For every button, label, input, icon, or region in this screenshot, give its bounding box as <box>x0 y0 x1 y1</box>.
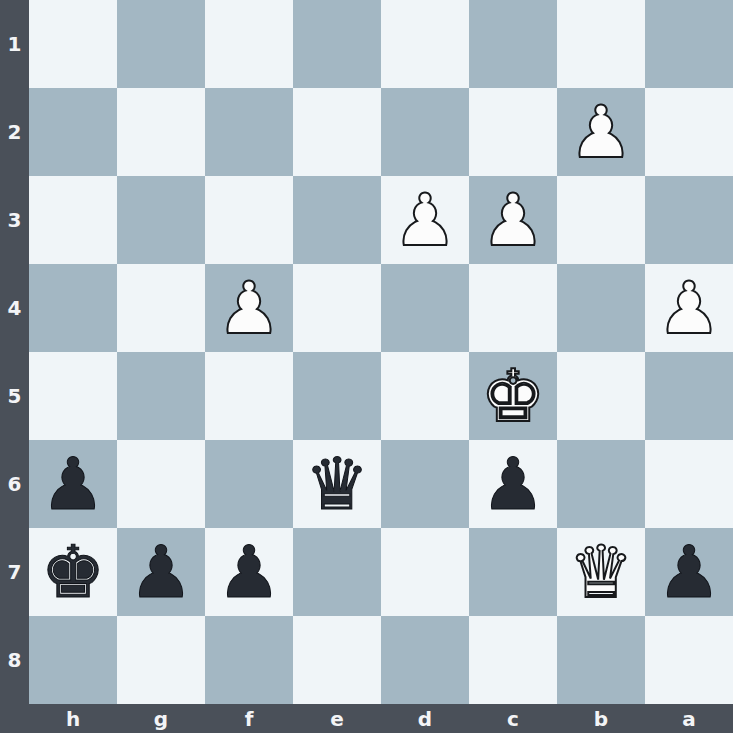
file-label-d: d <box>381 704 469 733</box>
square-d7[interactable] <box>381 528 469 616</box>
square-h1[interactable] <box>29 0 117 88</box>
piece-white-pawn[interactable]: ♟ <box>569 88 634 176</box>
square-c7[interactable] <box>469 528 557 616</box>
square-f4[interactable]: ♟ <box>205 264 293 352</box>
square-h7[interactable]: ♚ <box>29 528 117 616</box>
frame-corner <box>0 704 29 733</box>
file-label-a: a <box>645 704 733 733</box>
square-c2[interactable] <box>469 88 557 176</box>
rank-label-5: 5 <box>0 352 29 440</box>
piece-black-pawn[interactable]: ♟ <box>217 528 282 616</box>
square-a2[interactable] <box>645 88 733 176</box>
square-g1[interactable] <box>117 0 205 88</box>
square-d1[interactable] <box>381 0 469 88</box>
rank-label-8: 8 <box>0 616 29 704</box>
square-f5[interactable] <box>205 352 293 440</box>
piece-black-pawn[interactable]: ♟ <box>481 440 546 528</box>
square-c4[interactable] <box>469 264 557 352</box>
rank-label-2: 2 <box>0 88 29 176</box>
square-b4[interactable] <box>557 264 645 352</box>
piece-black-king[interactable]: ♚ <box>41 528 106 616</box>
piece-white-pawn[interactable]: ♟ <box>481 176 546 264</box>
square-h6[interactable]: ♟ <box>29 440 117 528</box>
piece-black-pawn[interactable]: ♟ <box>129 528 194 616</box>
rank-label-1: 1 <box>0 0 29 88</box>
file-label-c: c <box>469 704 557 733</box>
square-f3[interactable] <box>205 176 293 264</box>
square-a5[interactable] <box>645 352 733 440</box>
square-b2[interactable]: ♟ <box>557 88 645 176</box>
square-d3[interactable]: ♟ <box>381 176 469 264</box>
square-b1[interactable] <box>557 0 645 88</box>
file-label-b: b <box>557 704 645 733</box>
square-e5[interactable] <box>293 352 381 440</box>
square-c6[interactable]: ♟ <box>469 440 557 528</box>
square-g3[interactable] <box>117 176 205 264</box>
square-g2[interactable] <box>117 88 205 176</box>
square-d5[interactable] <box>381 352 469 440</box>
square-h3[interactable] <box>29 176 117 264</box>
square-d4[interactable] <box>381 264 469 352</box>
square-d8[interactable] <box>381 616 469 704</box>
piece-black-pawn[interactable]: ♟ <box>657 528 722 616</box>
piece-white-queen[interactable]: ♛ <box>569 528 634 616</box>
piece-black-queen[interactable]: ♛ <box>305 440 370 528</box>
piece-white-king[interactable]: ♚ <box>481 352 546 440</box>
square-e7[interactable] <box>293 528 381 616</box>
square-f1[interactable] <box>205 0 293 88</box>
square-f6[interactable] <box>205 440 293 528</box>
square-f7[interactable]: ♟ <box>205 528 293 616</box>
square-b3[interactable] <box>557 176 645 264</box>
square-h5[interactable] <box>29 352 117 440</box>
rank-label-3: 3 <box>0 176 29 264</box>
square-d2[interactable] <box>381 88 469 176</box>
square-c1[interactable] <box>469 0 557 88</box>
file-label-g: g <box>117 704 205 733</box>
square-a7[interactable]: ♟ <box>645 528 733 616</box>
square-e4[interactable] <box>293 264 381 352</box>
piece-white-pawn[interactable]: ♟ <box>657 264 722 352</box>
rank-label-4: 4 <box>0 264 29 352</box>
square-e2[interactable] <box>293 88 381 176</box>
file-label-h: h <box>29 704 117 733</box>
square-a3[interactable] <box>645 176 733 264</box>
square-e3[interactable] <box>293 176 381 264</box>
square-e6[interactable]: ♛ <box>293 440 381 528</box>
chess-board: 12♟3♟♟4♟♟5♚6♟♛♟7♚♟♟♛♟8hgfedcba <box>0 0 733 733</box>
square-h2[interactable] <box>29 88 117 176</box>
square-g7[interactable]: ♟ <box>117 528 205 616</box>
piece-black-pawn[interactable]: ♟ <box>41 440 106 528</box>
square-b8[interactable] <box>557 616 645 704</box>
square-e1[interactable] <box>293 0 381 88</box>
square-c3[interactable]: ♟ <box>469 176 557 264</box>
square-g6[interactable] <box>117 440 205 528</box>
square-b6[interactable] <box>557 440 645 528</box>
square-a1[interactable] <box>645 0 733 88</box>
square-g4[interactable] <box>117 264 205 352</box>
square-e8[interactable] <box>293 616 381 704</box>
square-a4[interactable]: ♟ <box>645 264 733 352</box>
square-a6[interactable] <box>645 440 733 528</box>
square-f8[interactable] <box>205 616 293 704</box>
piece-white-pawn[interactable]: ♟ <box>217 264 282 352</box>
rank-label-6: 6 <box>0 440 29 528</box>
square-h8[interactable] <box>29 616 117 704</box>
rank-label-7: 7 <box>0 528 29 616</box>
square-f2[interactable] <box>205 88 293 176</box>
file-label-e: e <box>293 704 381 733</box>
square-c8[interactable] <box>469 616 557 704</box>
square-a8[interactable] <box>645 616 733 704</box>
piece-white-pawn[interactable]: ♟ <box>393 176 458 264</box>
file-label-f: f <box>205 704 293 733</box>
square-g5[interactable] <box>117 352 205 440</box>
square-d6[interactable] <box>381 440 469 528</box>
square-g8[interactable] <box>117 616 205 704</box>
square-h4[interactable] <box>29 264 117 352</box>
square-b7[interactable]: ♛ <box>557 528 645 616</box>
square-c5[interactable]: ♚ <box>469 352 557 440</box>
square-b5[interactable] <box>557 352 645 440</box>
